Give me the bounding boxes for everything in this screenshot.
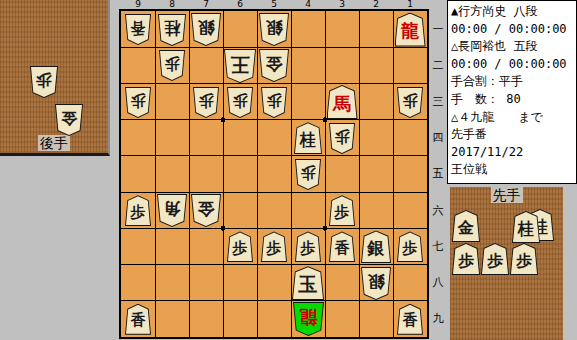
rank-label-5: 五 [430, 156, 446, 192]
board-piece: 銀 [361, 230, 391, 263]
file-label-8: 8 [155, 0, 189, 9]
file-label-5: 5 [257, 0, 291, 9]
piece-glyph: 金 [198, 201, 215, 221]
rank-label-7: 七 [430, 228, 446, 264]
file-label-4: 4 [291, 0, 325, 9]
info-line-6: 手 数： 80 [451, 91, 573, 109]
rank-label-9: 九 [430, 301, 446, 337]
piece-face: 金 [192, 195, 220, 226]
piece-glyph: 香 [403, 310, 418, 328]
piece-glyph: 歩 [131, 93, 146, 111]
piece-face: 玉 [293, 267, 323, 299]
hand-piece: 歩 [452, 243, 480, 275]
piece-face: 歩 [262, 232, 286, 261]
hand-piece: 金 [452, 210, 480, 242]
piece-face: 歩 [296, 160, 320, 189]
board-piece: 香 [397, 304, 423, 335]
piece-glyph: 歩 [335, 129, 350, 147]
board-piece: 香 [125, 14, 151, 45]
piece-face: 桂 [159, 15, 185, 45]
piece-glyph: 金 [458, 217, 474, 236]
board-piece: 歩 [227, 231, 253, 262]
info-line-4: 00:00 / 00:00:00 [451, 56, 573, 74]
info-line-9: 2017/11/22 [451, 144, 573, 162]
hand-piece: 歩 [510, 243, 538, 275]
piece-face: 歩 [126, 196, 150, 225]
piece-face: 香 [398, 305, 422, 334]
piece-face: 歩 [126, 88, 150, 117]
file-label-1: 1 [393, 0, 427, 9]
piece-glyph: 歩 [301, 238, 316, 256]
piece-face: 歩 [453, 244, 479, 274]
piece-face: 歩 [398, 88, 422, 117]
piece-face: 歩 [296, 232, 320, 261]
piece-glyph: 銀 [266, 20, 283, 40]
board-piece: 金 [191, 194, 221, 227]
board-piece: 歩 [397, 87, 423, 118]
board-piece: 歩 [261, 87, 287, 118]
piece-face: 歩 [398, 232, 422, 261]
shogi-board: 香桂銀銀龍歩王金歩歩歩歩馬歩桂歩歩歩角金歩歩歩歩香銀歩玉銀香龍香 [119, 9, 429, 339]
board-piece: 龍 [395, 13, 426, 47]
piece-glyph: 歩 [403, 93, 418, 111]
piece-glyph: 歩 [233, 238, 248, 256]
rank-label-8: 八 [430, 265, 446, 301]
piece-glyph: 金 [61, 111, 77, 130]
piece-glyph: 馬 [333, 92, 351, 113]
shogi-kifu-viewer: { "game": "shogi", "position": { "sfen":… [0, 0, 577, 340]
rank-label-3: 三 [430, 83, 446, 119]
info-line-3: △長岡裕也 五段 [451, 38, 573, 56]
sente-tray-label: 先手 [450, 188, 563, 203]
board-piece: 桂 [294, 122, 322, 154]
board-piece: 歩 [329, 195, 355, 226]
board-piece: 歩 [159, 50, 185, 81]
board-piece: 角 [157, 194, 187, 227]
piece-glyph: 王 [231, 55, 250, 77]
piece-glyph: 歩 [165, 57, 180, 75]
board-piece: 銀 [361, 267, 391, 300]
piece-face: 歩 [511, 244, 537, 274]
board-piece: 歩 [397, 231, 423, 262]
board-piece: 歩 [125, 195, 151, 226]
file-label-2: 2 [359, 0, 393, 9]
piece-face: 銀 [192, 14, 220, 45]
board-piece: 香 [125, 304, 151, 335]
board-piece: 歩 [295, 159, 321, 190]
piece-glyph: 角 [164, 201, 181, 221]
info-line-10: 王位戦 [451, 161, 573, 179]
piece-glyph: 桂 [164, 20, 180, 39]
board-piece: 香 [329, 231, 355, 262]
piece-glyph: 歩 [267, 93, 282, 111]
hand-piece: 桂 [512, 211, 540, 243]
piece-face: 馬 [328, 86, 357, 118]
rank-label-6: 六 [430, 192, 446, 228]
piece-face: 銀 [362, 268, 390, 299]
gote-hand-tray: 後手 歩金 [0, 0, 110, 156]
piece-face: 歩 [31, 67, 57, 97]
piece-glyph: 歩 [267, 238, 282, 256]
piece-face: 香 [330, 232, 354, 261]
board-piece: 馬 [327, 85, 358, 119]
board-piece: 銀 [259, 13, 289, 46]
piece-glyph: 龍 [299, 309, 317, 330]
file-label-9: 9 [121, 0, 155, 9]
piece-face: 金 [56, 105, 82, 135]
piece-face: 歩 [228, 232, 252, 261]
piece-face: 香 [126, 305, 150, 334]
piece-glyph: 桂 [300, 129, 316, 148]
board-piece: 金 [259, 49, 289, 82]
info-line-8: 先手番 [451, 126, 573, 144]
rank-label-4: 四 [430, 120, 446, 156]
board-piece: 歩 [295, 231, 321, 262]
info-line-1: ▲行方尚史 八段 [451, 3, 573, 21]
piece-glyph: 歩 [458, 250, 474, 269]
piece-face: 歩 [330, 196, 354, 225]
piece-face: 歩 [482, 244, 508, 274]
piece-glyph: 銀 [368, 273, 385, 293]
piece-glyph: 香 [335, 238, 350, 256]
piece-face: 龍 [396, 14, 425, 46]
game-info-panel: ▲行方尚史 八段00:00 / 00:00:00△長岡裕也 五段00:00 / … [447, 0, 577, 184]
piece-glyph: 銀 [198, 20, 215, 40]
piece-glyph: 歩 [335, 202, 350, 220]
piece-glyph: 香 [131, 21, 146, 39]
info-line-2: 00:00 / 00:00:00 [451, 21, 573, 39]
piece-glyph: 歩 [233, 93, 248, 111]
piece-face: 歩 [262, 88, 286, 117]
board-piece: 歩 [125, 87, 151, 118]
piece-face: 桂 [513, 212, 539, 242]
board-piece: 歩 [329, 123, 355, 154]
file-label-3: 3 [325, 0, 359, 9]
piece-glyph: 歩 [487, 250, 503, 269]
piece-glyph: 歩 [131, 202, 146, 220]
info-line-7: △４九龍 まで [451, 109, 573, 127]
piece-glyph: 歩 [403, 238, 418, 256]
piece-face: 歩 [160, 51, 184, 80]
sente-hand-tray: 先手 金桂桂歩歩歩 [450, 187, 563, 340]
file-label-7: 7 [189, 0, 223, 9]
board-piece: 桂 [158, 14, 186, 46]
board-piece: 銀 [191, 13, 221, 46]
rank-label-2: 二 [430, 47, 446, 83]
file-label-6: 6 [223, 0, 257, 9]
gote-tray-label: 後手 [0, 136, 108, 151]
hand-piece: 金 [55, 104, 83, 136]
piece-glyph: 金 [266, 56, 283, 76]
piece-face: 銀 [260, 14, 288, 45]
piece-face: 歩 [194, 88, 218, 117]
board-piece: 龍 [293, 302, 324, 336]
piece-glyph: 歩 [301, 165, 316, 183]
piece-face: 歩 [228, 88, 252, 117]
piece-face: 銀 [362, 231, 390, 262]
piece-glyph: 玉 [299, 272, 318, 294]
board-piece: 歩 [193, 87, 219, 118]
piece-face: 金 [260, 50, 288, 81]
rank-label-1: 一 [430, 11, 446, 47]
piece-face: 歩 [330, 124, 354, 153]
piece-face: 金 [453, 211, 479, 241]
piece-face: 桂 [295, 123, 321, 153]
piece-glyph: 銀 [368, 237, 385, 257]
board-piece: 歩 [227, 87, 253, 118]
piece-glyph: 龍 [401, 19, 419, 40]
info-line-5: 手合割：平手 [451, 73, 573, 91]
hand-piece: 歩 [481, 243, 509, 275]
piece-face: 王 [225, 50, 255, 82]
board-piece: 王 [224, 49, 256, 83]
piece-glyph: 桂 [518, 218, 534, 237]
piece-glyph: 歩 [199, 93, 214, 111]
hand-piece: 歩 [30, 66, 58, 98]
piece-glyph: 香 [131, 310, 146, 328]
piece-glyph: 歩 [516, 250, 532, 269]
piece-glyph: 歩 [36, 73, 52, 92]
board-piece: 玉 [292, 266, 324, 300]
piece-face: 香 [126, 15, 150, 44]
piece-face: 角 [158, 195, 186, 226]
board-piece: 歩 [261, 231, 287, 262]
